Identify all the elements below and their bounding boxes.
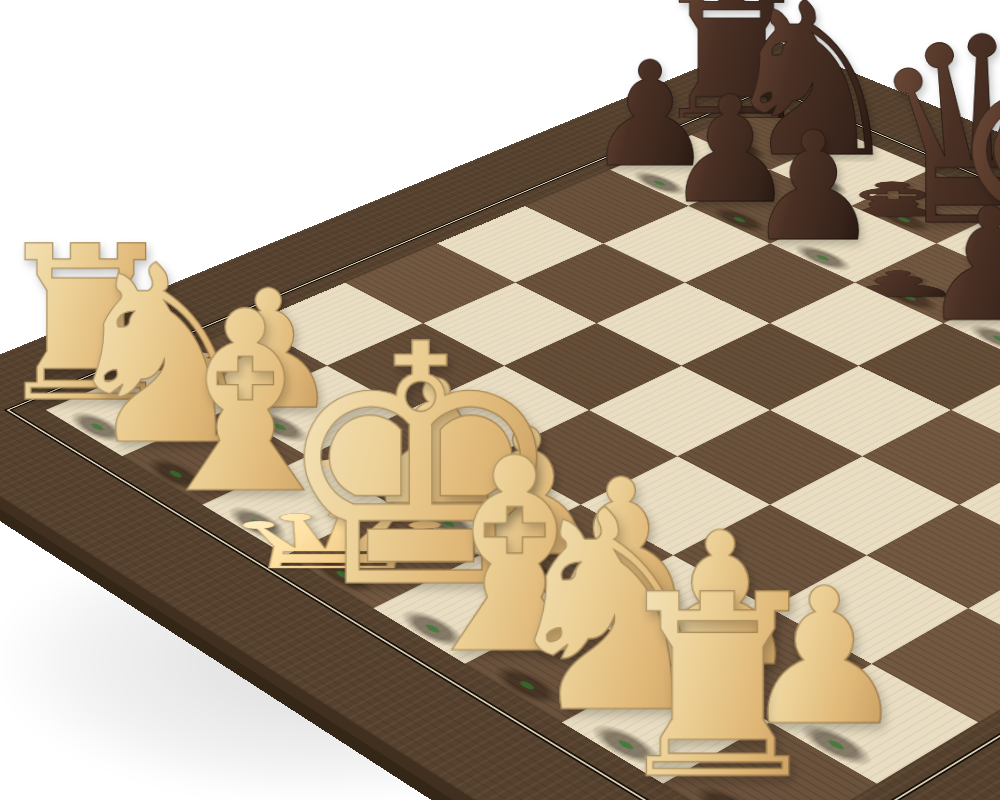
square-d5 (681, 323, 858, 410)
black-pawn: ♟ (920, 187, 1000, 344)
black-pawn: ♟ (746, 112, 881, 262)
photo-stage: ♜♞♝♛♚♝♞♜♟♟♟♟♟♟♟♟♟♟♟♟♟♟♟♟♜♞♝♛♚♝♞♜ (0, 0, 1000, 800)
white-rook: ♜ (604, 561, 831, 800)
